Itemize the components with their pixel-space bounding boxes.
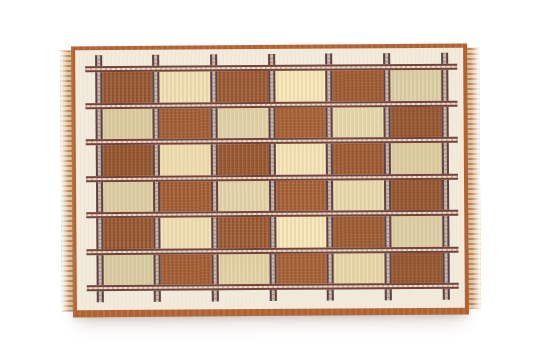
board-cell-r6c1 (99, 251, 157, 288)
rug-field (75, 48, 465, 311)
board-cell-r5c2 (157, 214, 215, 251)
board-cell-r5c3 (215, 214, 273, 251)
board-cell-r1c2 (156, 68, 214, 105)
board-cell-r2c1 (98, 105, 156, 142)
board-cell-r6c3 (215, 250, 273, 287)
board-cell-r4c2 (157, 178, 215, 215)
board-cell-r1c5 (329, 67, 387, 104)
board-cell-r2c4 (271, 104, 329, 141)
board-cell-r4c6 (387, 176, 445, 213)
board-cell-r1c4 (271, 68, 329, 105)
board-cell-r1c3 (214, 68, 272, 105)
board-cell-r3c3 (214, 141, 272, 178)
board-cell-r2c6 (387, 103, 445, 140)
board-cell-r5c6 (388, 213, 446, 250)
board-cell-r5c5 (330, 213, 388, 250)
board-cell-r3c6 (387, 140, 445, 177)
board-cell-r4c4 (272, 177, 330, 214)
board-cell-r4c5 (330, 177, 388, 214)
checkerboard-grid (98, 67, 446, 288)
board-cell-r5c1 (99, 215, 157, 252)
board-cell-r2c5 (329, 104, 387, 141)
board-cell-r6c5 (330, 250, 388, 287)
board-cell-r3c4 (272, 141, 330, 178)
board-cell-r3c5 (329, 140, 387, 177)
board-cell-r5c4 (272, 214, 330, 251)
board-cell-r1c6 (387, 67, 445, 104)
board-cell-r6c6 (388, 249, 446, 286)
board-cell-r3c1 (99, 142, 157, 179)
board-cell-r6c2 (157, 251, 215, 288)
board-cell-r6c4 (272, 250, 330, 287)
board-cell-r4c1 (99, 178, 157, 215)
board-cell-r4c3 (214, 177, 272, 214)
board-cell-r2c3 (214, 104, 272, 141)
board-cell-r1c1 (98, 69, 156, 106)
board-cell-r2c2 (156, 105, 214, 142)
rug-body-edge-band (71, 44, 469, 318)
product-photo-canvas (0, 0, 533, 355)
board-cell-r3c2 (156, 141, 214, 178)
rug (60, 44, 481, 318)
board-cells (98, 67, 446, 288)
